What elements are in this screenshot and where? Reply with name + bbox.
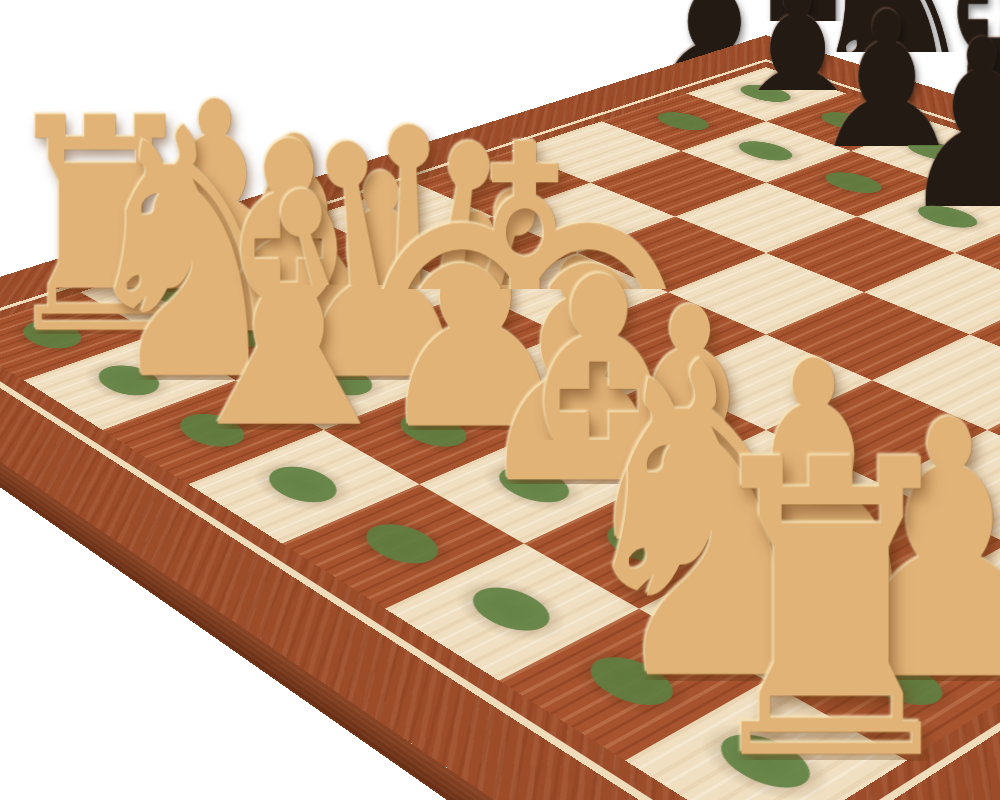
chess-set-photo: ♜♞♝♛♚♝♞♜♟♟♟♟♟♟♟♟♟♟♟♟♟♟♟♟♜♞♝♛♚♝♞♜ (0, 0, 1000, 800)
chess-board: ♜♞♝♛♚♝♞♜♟♟♟♟♟♟♟♟♟♟♟♟♟♟♟♟♜♞♝♛♚♝♞♜ (0, 35, 1000, 800)
black-pawn-glyph: ♟ (898, 9, 998, 250)
white-knight-glyph: ♞ (559, 308, 706, 741)
white-rook-glyph: ♜ (688, 409, 843, 800)
